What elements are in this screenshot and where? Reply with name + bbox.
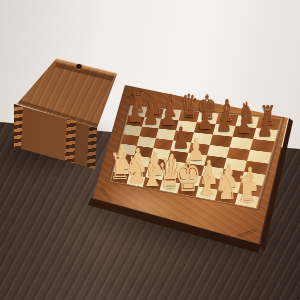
piece-white-knight-g1[interactable]: ♞ bbox=[215, 165, 238, 204]
frame-mitre-joint bbox=[238, 228, 256, 235]
piece-black-pawn-g7[interactable]: ♟ bbox=[236, 111, 252, 138]
frame-mitre-joint bbox=[101, 187, 112, 201]
piece-white-rook-h1[interactable]: ♜ bbox=[236, 172, 257, 208]
piece-black-pawn-b7[interactable]: ♟ bbox=[143, 101, 159, 128]
piece-black-pawn-f7[interactable]: ♟ bbox=[216, 108, 232, 135]
piece-black-pawn-e7[interactable]: ♟ bbox=[197, 106, 213, 133]
lid-thumb-hole-icon bbox=[76, 64, 82, 69]
piece-black-pawn-a7[interactable]: ♟ bbox=[127, 99, 143, 126]
piece-black-queen-d8[interactable]: ♛ bbox=[179, 91, 198, 123]
piece-black-pawn-h7[interactable]: ♟ bbox=[257, 113, 273, 140]
scene: ♜♞♝♛♚♝♞♜♟♟♟♟♟♟♟♟♟♟♟♟♟♟♟♟♜♞♝♛♚♝♞♜ bbox=[0, 0, 300, 300]
